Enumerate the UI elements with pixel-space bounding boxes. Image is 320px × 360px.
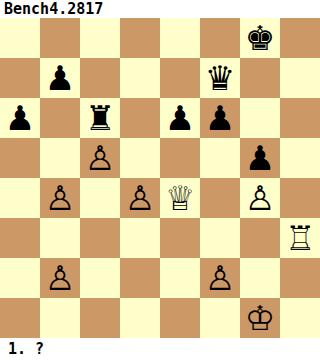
square-a2 (0, 258, 40, 298)
black-rook: ♜ (85, 98, 115, 138)
white-pawn: ♙ (245, 178, 275, 218)
status-bar: 1. ? (0, 338, 320, 360)
square-f3 (200, 218, 240, 258)
square-d5 (120, 138, 160, 178)
square-c3 (80, 218, 120, 258)
white-pawn: ♙ (205, 258, 235, 298)
square-a1 (0, 298, 40, 338)
white-pawn: ♙ (45, 258, 75, 298)
black-pawn: ♟ (165, 98, 195, 138)
square-g2 (240, 258, 280, 298)
square-f2: ♙ (200, 258, 240, 298)
square-h2 (280, 258, 320, 298)
square-h3: ♖ (280, 218, 320, 258)
square-b7: ♟ (40, 58, 80, 98)
square-b5 (40, 138, 80, 178)
square-c8 (80, 18, 120, 58)
square-b8 (40, 18, 80, 58)
square-h1 (280, 298, 320, 338)
square-a4 (0, 178, 40, 218)
square-e5 (160, 138, 200, 178)
square-e7 (160, 58, 200, 98)
square-a7 (0, 58, 40, 98)
square-h7 (280, 58, 320, 98)
white-rook: ♖ (285, 218, 315, 258)
square-g5: ♟ (240, 138, 280, 178)
square-a5 (0, 138, 40, 178)
square-f5 (200, 138, 240, 178)
square-b6 (40, 98, 80, 138)
square-c7 (80, 58, 120, 98)
square-h4 (280, 178, 320, 218)
black-pawn: ♟ (245, 138, 275, 178)
black-king: ♚ (245, 18, 275, 58)
white-pawn: ♙ (45, 178, 75, 218)
square-e6: ♟ (160, 98, 200, 138)
black-pawn: ♟ (205, 98, 235, 138)
white-queen: ♕ (165, 178, 195, 218)
square-b4: ♙ (40, 178, 80, 218)
square-b2: ♙ (40, 258, 80, 298)
white-pawn: ♙ (125, 178, 155, 218)
black-pawn: ♟ (5, 98, 35, 138)
square-a3 (0, 218, 40, 258)
square-g4: ♙ (240, 178, 280, 218)
square-g3 (240, 218, 280, 258)
square-e2 (160, 258, 200, 298)
square-c6: ♜ (80, 98, 120, 138)
square-h6 (280, 98, 320, 138)
square-b1 (40, 298, 80, 338)
square-e4: ♕ (160, 178, 200, 218)
square-g8: ♚ (240, 18, 280, 58)
square-d1 (120, 298, 160, 338)
square-d6 (120, 98, 160, 138)
square-d7 (120, 58, 160, 98)
square-f1 (200, 298, 240, 338)
page-title: Bench4.2817 (0, 0, 103, 18)
square-f4 (200, 178, 240, 218)
square-g6 (240, 98, 280, 138)
square-d8 (120, 18, 160, 58)
square-c2 (80, 258, 120, 298)
square-a6: ♟ (0, 98, 40, 138)
black-queen: ♛ (205, 58, 235, 98)
square-d4: ♙ (120, 178, 160, 218)
square-f7: ♛ (200, 58, 240, 98)
chess-board: ♚♟♛♟♜♟♟♙♟♙♙♕♙♖♙♙♔ (0, 18, 320, 338)
square-c5: ♙ (80, 138, 120, 178)
square-f8 (200, 18, 240, 58)
black-pawn: ♟ (45, 58, 75, 98)
square-b3 (40, 218, 80, 258)
square-c4 (80, 178, 120, 218)
square-d2 (120, 258, 160, 298)
square-e8 (160, 18, 200, 58)
white-pawn: ♙ (85, 138, 115, 178)
white-king: ♔ (245, 298, 275, 338)
square-f6: ♟ (200, 98, 240, 138)
square-a8 (0, 18, 40, 58)
square-e3 (160, 218, 200, 258)
square-g7 (240, 58, 280, 98)
square-c1 (80, 298, 120, 338)
square-e1 (160, 298, 200, 338)
square-h8 (280, 18, 320, 58)
square-d3 (120, 218, 160, 258)
square-h5 (280, 138, 320, 178)
square-g1: ♔ (240, 298, 280, 338)
move-prompt: 1. ? (0, 340, 44, 358)
title-bar: Bench4.2817 (0, 0, 320, 18)
